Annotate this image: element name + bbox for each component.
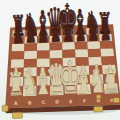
chess-set-photo: ABCDEFGH♜♞♝♛♚♝♞♜♟♟♟♟♟♟♟♟♟♟♟♟♟♟♟♟♜♞♝♛♚♝♞♜ bbox=[0, 0, 120, 120]
piece-black-pawn-h7: ♟ bbox=[99, 19, 111, 45]
piece-black-pawn-a7: ♟ bbox=[12, 22, 24, 48]
brass-corner-left bbox=[2, 105, 8, 111]
square-g5 bbox=[88, 49, 101, 57]
piece-black-pawn-c7: ♟ bbox=[37, 21, 49, 47]
chess-board: ABCDEFGH♜♞♝♛♚♝♞♜♟♟♟♟♟♟♟♟♟♟♟♟♟♟♟♟♜♞♝♛♚♝♞♜ bbox=[0, 0, 120, 120]
brass-clasp-left bbox=[12, 112, 22, 118]
piece-black-pawn-b7: ♟ bbox=[24, 22, 36, 48]
square-b5 bbox=[24, 51, 37, 59]
piece-black-pawn-f7: ♟ bbox=[74, 20, 86, 46]
brass-hinge-right bbox=[94, 106, 103, 112]
piece-black-pawn-d7: ♟ bbox=[49, 21, 61, 47]
piece-white-rook-h1: ♜ bbox=[102, 63, 120, 100]
piece-black-pawn-g7: ♟ bbox=[87, 20, 99, 46]
square-h5 bbox=[100, 48, 114, 56]
piece-black-pawn-e7: ♟ bbox=[62, 21, 74, 47]
square-a5 bbox=[11, 51, 25, 59]
